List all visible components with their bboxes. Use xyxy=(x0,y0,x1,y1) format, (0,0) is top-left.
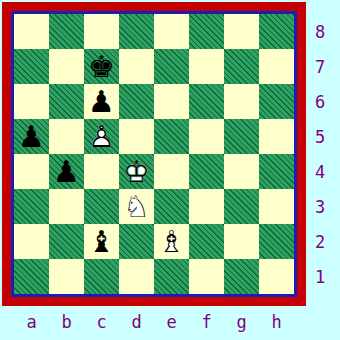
square-e7[interactable] xyxy=(154,49,189,84)
file-label-f: f xyxy=(189,312,224,332)
black-king-glyph: ♚ xyxy=(84,49,119,84)
square-h7[interactable] xyxy=(259,49,294,84)
file-label-c: c xyxy=(84,312,119,332)
square-h1[interactable] xyxy=(259,259,294,294)
square-c5[interactable]: ♟♙ xyxy=(84,119,119,154)
file-label-h: h xyxy=(259,312,294,332)
square-e1[interactable] xyxy=(154,259,189,294)
rank-label-7: 7 xyxy=(304,57,336,77)
rank-label-5: 5 xyxy=(304,127,336,147)
square-b7[interactable] xyxy=(49,49,84,84)
file-labels: abcdefgh xyxy=(14,305,294,338)
rank-label-2: 2 xyxy=(304,232,336,252)
square-g8[interactable] xyxy=(224,14,259,49)
square-c3[interactable] xyxy=(84,189,119,224)
square-a4[interactable] xyxy=(14,154,49,189)
black-pawn-glyph: ♟ xyxy=(49,154,84,189)
file-label-e: e xyxy=(154,312,189,332)
square-d3[interactable]: ♞♘ xyxy=(119,189,154,224)
square-a6[interactable] xyxy=(14,84,49,119)
piece-black-pawn[interactable]: ♟ xyxy=(49,154,84,189)
square-f1[interactable] xyxy=(189,259,224,294)
square-b5[interactable] xyxy=(49,119,84,154)
square-a1[interactable] xyxy=(14,259,49,294)
black-pawn-glyph: ♟ xyxy=(84,84,119,119)
square-f3[interactable] xyxy=(189,189,224,224)
square-a5[interactable]: ♟ xyxy=(14,119,49,154)
rank-label-4: 4 xyxy=(304,162,336,182)
square-b3[interactable] xyxy=(49,189,84,224)
file-label-a: a xyxy=(14,312,49,332)
square-a2[interactable] xyxy=(14,224,49,259)
square-e6[interactable] xyxy=(154,84,189,119)
file-label-g: g xyxy=(224,312,259,332)
black-bishop-glyph: ♝ xyxy=(84,224,119,259)
square-h4[interactable] xyxy=(259,154,294,189)
white-pawn-outline-glyph: ♙ xyxy=(84,119,119,154)
square-a8[interactable] xyxy=(14,14,49,49)
square-d6[interactable] xyxy=(119,84,154,119)
square-g4[interactable] xyxy=(224,154,259,189)
square-d8[interactable] xyxy=(119,14,154,49)
piece-black-bishop[interactable]: ♝ xyxy=(84,224,119,259)
square-c1[interactable] xyxy=(84,259,119,294)
square-g6[interactable] xyxy=(224,84,259,119)
piece-black-king[interactable]: ♚ xyxy=(84,49,119,84)
board-inner-frame: ♚♟♟♟♙♟♚♔♞♘♝♝♗ xyxy=(11,11,297,297)
square-b2[interactable] xyxy=(49,224,84,259)
file-label-d: d xyxy=(119,312,154,332)
square-b4[interactable]: ♟ xyxy=(49,154,84,189)
piece-white-bishop[interactable]: ♝♗ xyxy=(154,224,189,259)
square-f2[interactable] xyxy=(189,224,224,259)
chess-board: ♚♟♟♟♙♟♚♔♞♘♝♝♗ xyxy=(14,14,294,294)
square-e2[interactable]: ♝♗ xyxy=(154,224,189,259)
square-h8[interactable] xyxy=(259,14,294,49)
file-label-b: b xyxy=(49,312,84,332)
rank-labels: 87654321 xyxy=(304,14,336,294)
white-bishop-outline-glyph: ♗ xyxy=(154,224,189,259)
square-f8[interactable] xyxy=(189,14,224,49)
rank-label-6: 6 xyxy=(304,92,336,112)
square-a3[interactable] xyxy=(14,189,49,224)
square-c7[interactable]: ♚ xyxy=(84,49,119,84)
square-f4[interactable] xyxy=(189,154,224,189)
piece-black-pawn[interactable]: ♟ xyxy=(14,119,49,154)
square-g5[interactable] xyxy=(224,119,259,154)
square-b8[interactable] xyxy=(49,14,84,49)
square-h5[interactable] xyxy=(259,119,294,154)
square-d1[interactable] xyxy=(119,259,154,294)
square-h6[interactable] xyxy=(259,84,294,119)
square-d4[interactable]: ♚♔ xyxy=(119,154,154,189)
rank-label-1: 1 xyxy=(304,267,336,287)
square-e8[interactable] xyxy=(154,14,189,49)
square-d5[interactable] xyxy=(119,119,154,154)
white-king-outline-glyph: ♔ xyxy=(119,154,154,189)
square-e5[interactable] xyxy=(154,119,189,154)
square-g7[interactable] xyxy=(224,49,259,84)
square-a7[interactable] xyxy=(14,49,49,84)
black-pawn-glyph: ♟ xyxy=(14,119,49,154)
square-f6[interactable] xyxy=(189,84,224,119)
chess-diagram: ♚♟♟♟♙♟♚♔♞♘♝♝♗ abcdefgh 87654321 xyxy=(0,0,340,340)
square-g3[interactable] xyxy=(224,189,259,224)
square-h2[interactable] xyxy=(259,224,294,259)
piece-white-king[interactable]: ♚♔ xyxy=(119,154,154,189)
piece-white-knight[interactable]: ♞♘ xyxy=(119,189,154,224)
piece-black-pawn[interactable]: ♟ xyxy=(84,84,119,119)
square-e3[interactable] xyxy=(154,189,189,224)
square-c2[interactable]: ♝ xyxy=(84,224,119,259)
board-frame: ♚♟♟♟♙♟♚♔♞♘♝♝♗ xyxy=(2,2,306,306)
square-c8[interactable] xyxy=(84,14,119,49)
square-b6[interactable] xyxy=(49,84,84,119)
white-knight-outline-glyph: ♘ xyxy=(119,189,154,224)
square-c4[interactable] xyxy=(84,154,119,189)
rank-label-3: 3 xyxy=(304,197,336,217)
piece-white-pawn[interactable]: ♟♙ xyxy=(84,119,119,154)
square-b1[interactable] xyxy=(49,259,84,294)
square-f5[interactable] xyxy=(189,119,224,154)
square-d2[interactable] xyxy=(119,224,154,259)
rank-label-8: 8 xyxy=(304,22,336,42)
square-c6[interactable]: ♟ xyxy=(84,84,119,119)
square-f7[interactable] xyxy=(189,49,224,84)
square-g2[interactable] xyxy=(224,224,259,259)
square-g1[interactable] xyxy=(224,259,259,294)
square-e4[interactable] xyxy=(154,154,189,189)
square-d7[interactable] xyxy=(119,49,154,84)
square-h3[interactable] xyxy=(259,189,294,224)
